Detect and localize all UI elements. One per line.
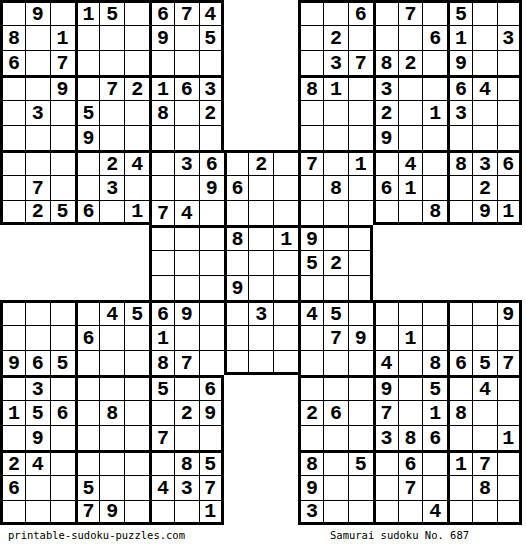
cell-r3c21[interactable] [497,50,522,75]
cell-r1c6[interactable] [124,0,149,25]
cell-r19c14[interactable] [323,450,348,475]
cell-r14c3[interactable] [50,325,75,350]
cell-r3c18[interactable] [422,50,447,75]
cell-r3c8[interactable] [174,50,199,75]
cell-r21c6[interactable] [124,500,149,525]
cell-r9c17[interactable] [398,200,423,225]
cell-r4c18[interactable] [422,75,447,100]
outside-cell [75,250,100,275]
cell-r1c9: 4 [199,0,224,25]
cell-r15c17[interactable] [398,350,423,375]
cell-r18c19[interactable] [447,425,472,450]
outside-cell [99,275,124,300]
cell-r21c19[interactable] [447,500,472,525]
cell-r5c21[interactable] [497,100,522,125]
cell-r14c6[interactable] [124,325,149,350]
cell-r15c15[interactable] [348,350,373,375]
cell-r6c20[interactable] [472,125,497,150]
cell-r18c1[interactable] [0,425,25,450]
cell-r14c12[interactable] [273,325,298,350]
cell-r6c14[interactable] [323,125,348,150]
cell-r14c17: 1 [398,325,423,350]
cell-r6c8[interactable] [174,125,199,150]
cell-r9c2: 2 [25,200,50,225]
cell-r6c17[interactable] [398,125,423,150]
cell-r16c16: 9 [373,375,398,400]
cell-r13c15[interactable] [348,300,373,325]
cell-r18c2: 9 [25,425,50,450]
cell-r14c16[interactable] [373,325,398,350]
cell-r20c14[interactable] [323,475,348,500]
cell-r10c14[interactable] [323,225,348,250]
outside-cell [0,275,25,300]
cell-r19c1: 2 [0,450,25,475]
cell-r14c13[interactable] [298,325,323,350]
cell-r11c15[interactable] [348,250,373,275]
cell-r15c14[interactable] [323,350,348,375]
cell-r17c19: 8 [447,400,472,425]
cell-r6c2[interactable] [25,125,50,150]
cell-r6c6[interactable] [124,125,149,150]
cell-r9c14[interactable] [323,200,348,225]
cell-r13c7: 6 [149,300,174,325]
cell-r15c9[interactable] [199,350,224,375]
outside-cell [224,0,249,25]
cell-r19c3[interactable] [50,450,75,475]
cell-r9c15[interactable] [348,200,373,225]
cell-r9c10[interactable] [224,200,249,225]
cell-r12c14[interactable] [323,275,348,300]
cell-r17c17[interactable] [398,400,423,425]
cell-r19c5[interactable] [99,450,124,475]
cell-r18c4[interactable] [75,425,100,450]
cell-r5c17[interactable] [398,100,423,125]
cell-r2c17[interactable] [398,25,423,50]
cell-r16c8[interactable] [174,375,199,400]
cell-r19c16[interactable] [373,450,398,475]
cell-r10c11[interactable] [248,225,273,250]
cell-r19c4[interactable] [75,450,100,475]
outside-cell [75,275,100,300]
outside-cell [472,250,497,275]
cell-r3c2[interactable] [25,50,50,75]
cell-r20c3[interactable] [50,475,75,500]
cell-r15c19: 6 [447,350,472,375]
cell-r13c2[interactable] [25,300,50,325]
cell-r3c7[interactable] [149,50,174,75]
cell-r17c20[interactable] [472,400,497,425]
cell-r21c7[interactable] [149,500,174,525]
cell-r21c21[interactable] [497,500,522,525]
cell-r6c18[interactable] [422,125,447,150]
cell-r13c18[interactable] [422,300,447,325]
cell-r5c6[interactable] [124,100,149,125]
cell-r3c6[interactable] [124,50,149,75]
cell-r19c9: 5 [199,450,224,475]
cell-r2c5[interactable] [99,25,124,50]
cell-r18c9[interactable] [199,425,224,450]
cell-r13c4[interactable] [75,300,100,325]
cell-r6c9[interactable] [199,125,224,150]
cell-r21c17[interactable] [398,500,423,525]
cell-r16c17[interactable] [398,375,423,400]
cell-r7c12[interactable] [273,150,298,175]
cell-r15c18: 8 [422,350,447,375]
cell-r8c18[interactable] [422,175,447,200]
cell-r20c2[interactable] [25,475,50,500]
cell-r2c6[interactable] [124,25,149,50]
cell-r2c13[interactable] [298,25,323,50]
cell-r10c10: 8 [224,225,249,250]
cell-r6c7[interactable] [149,125,174,150]
cell-r19c21[interactable] [497,450,522,475]
cell-r4c15[interactable] [348,75,373,100]
cell-r7c18[interactable] [422,150,447,175]
outside-cell [273,50,298,75]
cell-r1c13[interactable] [298,0,323,25]
cell-r5c15[interactable] [348,100,373,125]
cell-r9c19[interactable] [447,200,472,225]
cell-r8c15[interactable] [348,175,373,200]
cell-r18c13[interactable] [298,425,323,450]
cell-r7c10[interactable] [224,150,249,175]
cell-r21c16[interactable] [373,500,398,525]
cell-r18c6[interactable] [124,425,149,450]
cell-r13c21: 9 [497,300,522,325]
cell-r8c7[interactable] [149,175,174,200]
outside-cell [50,225,75,250]
cell-r7c2[interactable] [25,150,50,175]
cell-r6c19[interactable] [447,125,472,150]
cell-r17c21[interactable] [497,400,522,425]
cell-r5c3[interactable] [50,100,75,125]
cell-r14c1[interactable] [0,325,25,350]
cell-r16c6[interactable] [124,375,149,400]
cell-r18c15[interactable] [348,425,373,450]
cell-r1c8: 7 [174,0,199,25]
cell-r4c4[interactable] [75,75,100,100]
cell-r15c3: 5 [50,350,75,375]
cell-r21c8[interactable] [174,500,199,525]
cell-r12c7[interactable] [149,275,174,300]
cell-r18c3[interactable] [50,425,75,450]
cell-r16c18: 5 [422,375,447,400]
cell-r11c12[interactable] [273,250,298,275]
cell-r1c5: 5 [99,0,124,25]
cell-r17c7[interactable] [149,400,174,425]
cell-r18c7: 7 [149,425,174,450]
cell-r14c20[interactable] [472,325,497,350]
cell-r13c14: 5 [323,300,348,325]
cell-r11c7[interactable] [149,250,174,275]
cell-r7c6: 4 [124,150,149,175]
cell-r4c1[interactable] [0,75,25,100]
cell-r8c12[interactable] [273,175,298,200]
cell-r4c2[interactable] [25,75,50,100]
cell-r10c7[interactable] [149,225,174,250]
cell-r4c5: 7 [99,75,124,100]
cell-r16c21[interactable] [497,375,522,400]
cell-r21c1[interactable] [0,500,25,525]
outside-cell [0,250,25,275]
cell-r9c20: 9 [472,200,497,225]
cell-r21c20[interactable] [472,500,497,525]
outside-cell [273,100,298,125]
cell-r5c16: 2 [373,100,398,125]
cell-r1c1[interactable] [0,0,25,25]
cell-r15c6[interactable] [124,350,149,375]
outside-cell [497,275,522,300]
cell-r20c18[interactable] [422,475,447,500]
outside-cell [25,275,50,300]
cell-r17c2: 5 [25,400,50,425]
cell-r7c7[interactable] [149,150,174,175]
cell-r14c11[interactable] [248,325,273,350]
outside-cell [224,450,249,475]
cell-r8c3[interactable] [50,175,75,200]
cell-r14c19[interactable] [447,325,472,350]
cell-r7c16[interactable] [373,150,398,175]
cell-r5c13[interactable] [298,100,323,125]
cell-r18c8[interactable] [174,425,199,450]
cell-r12c9[interactable] [199,275,224,300]
cell-r20c6[interactable] [124,475,149,500]
cell-r7c4[interactable] [75,150,100,175]
outside-cell [124,250,149,275]
cell-r20c16[interactable] [373,475,398,500]
cell-r2c8[interactable] [174,25,199,50]
cell-r14c18[interactable] [422,325,447,350]
cell-r2c18: 6 [422,25,447,50]
cell-r1c18[interactable] [422,0,447,25]
cell-r16c15[interactable] [348,375,373,400]
outside-cell [248,50,273,75]
outside-cell [224,100,249,125]
cell-r2c16[interactable] [373,25,398,50]
cell-r10c8[interactable] [174,225,199,250]
cell-r5c8[interactable] [174,100,199,125]
cell-r16c3[interactable] [50,375,75,400]
cell-r4c17[interactable] [398,75,423,100]
outside-cell [273,425,298,450]
cell-r7c20: 3 [472,150,497,175]
cell-r14c5[interactable] [99,325,124,350]
cell-r14c9[interactable] [199,325,224,350]
cell-r15c4[interactable] [75,350,100,375]
cell-r19c7[interactable] [149,450,174,475]
cell-r1c7: 6 [149,0,174,25]
cell-r16c4[interactable] [75,375,100,400]
cell-r5c5[interactable] [99,100,124,125]
cell-r16c5[interactable] [99,375,124,400]
outside-cell [273,450,298,475]
cell-r6c1[interactable] [0,125,25,150]
outside-cell [50,275,75,300]
outside-cell [398,225,423,250]
outside-cell [273,125,298,150]
cell-r1c14[interactable] [323,0,348,25]
cell-r3c5[interactable] [99,50,124,75]
cell-r6c5[interactable] [99,125,124,150]
cell-r13c10[interactable] [224,300,249,325]
cell-r9c1[interactable] [0,200,25,225]
cell-r13c16[interactable] [373,300,398,325]
cell-r12c12[interactable] [273,275,298,300]
cell-r1c3[interactable] [50,0,75,25]
outside-cell [248,375,273,400]
outside-cell [124,275,149,300]
cell-r13c12[interactable] [273,300,298,325]
cell-r10c9[interactable] [199,225,224,250]
cell-r8c5: 3 [99,175,124,200]
outside-cell [373,225,398,250]
cell-r6c15[interactable] [348,125,373,150]
cell-r12c8[interactable] [174,275,199,300]
cell-r10c15[interactable] [348,225,373,250]
cell-r16c19[interactable] [447,375,472,400]
cell-r15c11[interactable] [248,350,273,375]
cell-r4c21[interactable] [497,75,522,100]
cell-r16c7: 5 [149,375,174,400]
cell-r12c15[interactable] [348,275,373,300]
cell-r15c21: 7 [497,350,522,375]
cell-r15c5[interactable] [99,350,124,375]
cell-r19c6[interactable] [124,450,149,475]
cell-r21c2[interactable] [25,500,50,525]
cell-r13c17[interactable] [398,300,423,325]
cell-r17c15[interactable] [348,400,373,425]
cell-r8c13[interactable] [298,175,323,200]
cell-r8c8[interactable] [174,175,199,200]
cell-r17c6[interactable] [124,400,149,425]
cell-r9c9[interactable] [199,200,224,225]
cell-r15c2: 6 [25,350,50,375]
cell-r17c16: 7 [373,400,398,425]
cell-r14c21[interactable] [497,325,522,350]
cell-r2c4[interactable] [75,25,100,50]
cell-r12c11[interactable] [248,275,273,300]
outside-cell [224,75,249,100]
cell-r8c11[interactable] [248,175,273,200]
cell-r1c16[interactable] [373,0,398,25]
cell-r7c3[interactable] [50,150,75,175]
cell-r3c20[interactable] [472,50,497,75]
outside-cell [224,25,249,50]
outside-cell [224,475,249,500]
cell-r18c14[interactable] [323,425,348,450]
cell-r3c17: 2 [398,50,423,75]
cell-r15c10[interactable] [224,350,249,375]
cell-r1c21[interactable] [497,0,522,25]
cell-r2c20[interactable] [472,25,497,50]
cell-r7c9: 6 [199,150,224,175]
cell-r13c3[interactable] [50,300,75,325]
cell-r11c8[interactable] [174,250,199,275]
cell-r12c13[interactable] [298,275,323,300]
cell-r11c11[interactable] [248,250,273,275]
cell-r9c13[interactable] [298,200,323,225]
cell-r3c13[interactable] [298,50,323,75]
outside-cell [273,375,298,400]
outside-cell [124,225,149,250]
cell-r3c4[interactable] [75,50,100,75]
cell-r7c1[interactable] [0,150,25,175]
cell-r9c12[interactable] [273,200,298,225]
cell-r9c18: 8 [422,200,447,225]
cell-r9c21: 1 [497,200,522,225]
cell-r9c16[interactable] [373,200,398,225]
cell-r8c2: 7 [25,175,50,200]
cell-r15c13[interactable] [298,350,323,375]
cell-r9c5[interactable] [99,200,124,225]
cell-r16c9: 6 [199,375,224,400]
cell-r8c4[interactable] [75,175,100,200]
cell-r18c5[interactable] [99,425,124,450]
cell-r8c1[interactable] [0,175,25,200]
outside-cell [224,50,249,75]
cell-r13c1[interactable] [0,300,25,325]
outside-cell [497,225,522,250]
cell-r8c21[interactable] [497,175,522,200]
cell-r18c20[interactable] [472,425,497,450]
cell-r14c8[interactable] [174,325,199,350]
cell-r19c19: 1 [447,450,472,475]
cell-r20c21[interactable] [497,475,522,500]
cell-r6c13[interactable] [298,125,323,150]
cell-r21c5: 9 [99,500,124,525]
cell-r11c9[interactable] [199,250,224,275]
cell-r13c9[interactable] [199,300,224,325]
cell-r14c10[interactable] [224,325,249,350]
cell-r6c3[interactable] [50,125,75,150]
cell-r11c10[interactable] [224,250,249,275]
cell-r21c15[interactable] [348,500,373,525]
cell-r20c15[interactable] [348,475,373,500]
cell-r16c13[interactable] [298,375,323,400]
cell-r8c19[interactable] [447,175,472,200]
cell-r19c18[interactable] [422,450,447,475]
cell-r2c15[interactable] [348,25,373,50]
cell-r17c4[interactable] [75,400,100,425]
cell-r8c6[interactable] [124,175,149,200]
cell-r3c9[interactable] [199,50,224,75]
cell-r20c5[interactable] [99,475,124,500]
cell-r17c1: 1 [0,400,25,425]
cell-r9c11[interactable] [248,200,273,225]
cell-r6c21[interactable] [497,125,522,150]
cell-r14c2[interactable] [25,325,50,350]
cell-r7c14[interactable] [323,150,348,175]
cell-r5c20[interactable] [472,100,497,125]
cell-r13c5: 4 [99,300,124,325]
printable-sudoku-page: 9156746758195261367378299721638136435822… [0,0,526,546]
cell-r16c14[interactable] [323,375,348,400]
cell-r21c14[interactable] [323,500,348,525]
cell-r13c20[interactable] [472,300,497,325]
cell-r12c10: 9 [224,275,249,300]
cell-r5c14[interactable] [323,100,348,125]
cell-r13c19[interactable] [447,300,472,325]
cell-r20c19[interactable] [447,475,472,500]
cell-r15c12[interactable] [273,350,298,375]
cell-r5c1[interactable] [0,100,25,125]
cell-r5c2: 3 [25,100,50,125]
cell-r21c3[interactable] [50,500,75,525]
cell-r1c20[interactable] [472,0,497,25]
cell-r1c4: 1 [75,0,100,25]
cell-r2c2[interactable] [25,25,50,50]
cell-r16c1[interactable] [0,375,25,400]
